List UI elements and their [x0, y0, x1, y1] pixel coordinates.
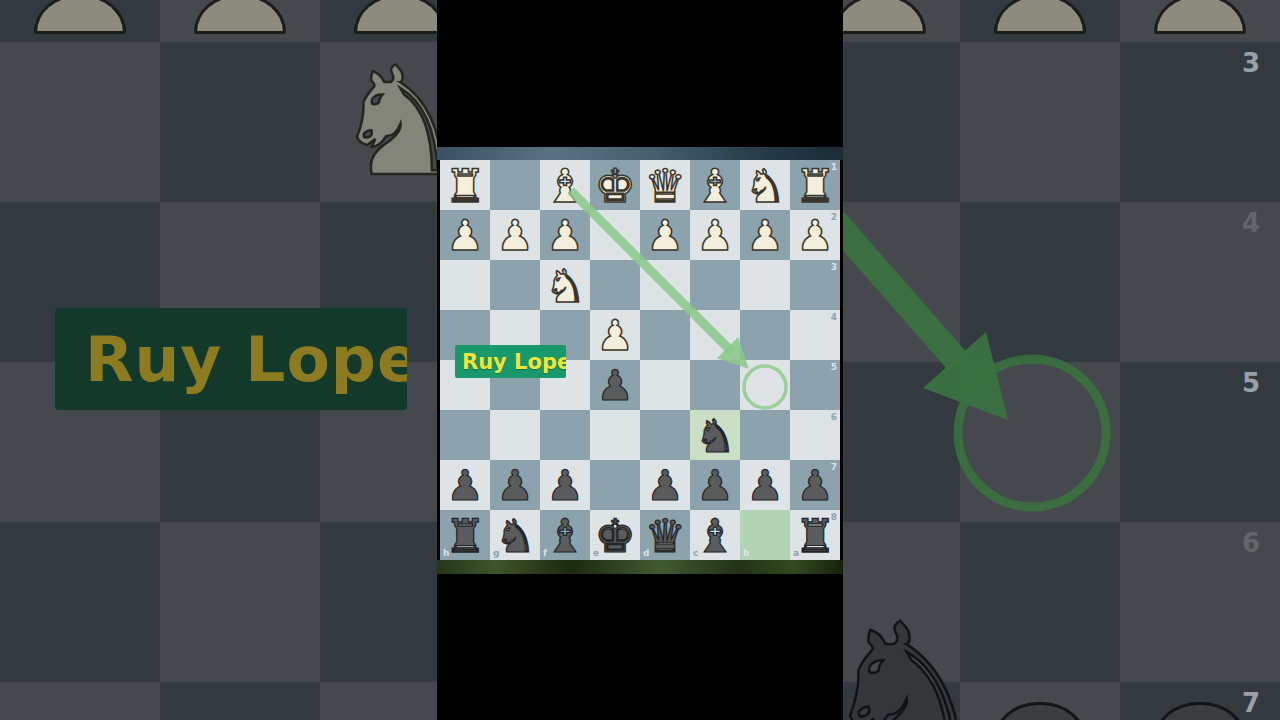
background-pawn-head	[1154, 0, 1246, 34]
square-c2[interactable]: ♟	[690, 210, 740, 260]
square-e6[interactable]	[590, 410, 640, 460]
black-pawn-h7: ♟	[440, 460, 490, 510]
square-b1[interactable]: ♞	[740, 160, 790, 210]
square-a5[interactable]: 5	[790, 360, 840, 410]
video-strip: ♜♝♚♛♝♞♜1♟♟♟♟♟♟♟2♞3♟4♟5♞6♟♟♟♟♟♟♟7♜h♞g♝f♚e…	[437, 0, 843, 720]
square-d2[interactable]: ♟	[640, 210, 690, 260]
white-knight-b1: ♞	[740, 160, 790, 210]
file-label-h: h	[443, 548, 449, 558]
square-a8[interactable]: ♜8a	[790, 510, 840, 560]
square-h2[interactable]: ♟	[440, 210, 490, 260]
rank-label-4: 4	[831, 312, 837, 322]
background-square	[0, 522, 160, 682]
square-d8[interactable]: ♛d	[640, 510, 690, 560]
file-label-g: g	[493, 548, 499, 558]
background-square	[0, 682, 160, 720]
square-f8[interactable]: ♝f	[540, 510, 590, 560]
background-rank-label-4: 4	[1216, 208, 1260, 238]
background-square	[160, 522, 320, 682]
rank-label-5: 5	[831, 362, 837, 372]
square-a2[interactable]: ♟2	[790, 210, 840, 260]
square-d6[interactable]	[640, 410, 690, 460]
white-bishop-f1: ♝	[540, 160, 590, 210]
square-f7[interactable]: ♟	[540, 460, 590, 510]
white-pawn-e4: ♟	[590, 310, 640, 360]
file-label-f: f	[543, 548, 547, 558]
opening-name-badge-background: Ruy Lopez	[55, 308, 407, 410]
square-d1[interactable]: ♛	[640, 160, 690, 210]
square-a7[interactable]: ♟7	[790, 460, 840, 510]
square-c6[interactable]: ♞	[690, 410, 740, 460]
nature-strip	[437, 560, 843, 574]
chess-board: ♜♝♚♛♝♞♜1♟♟♟♟♟♟♟2♞3♟4♟5♞6♟♟♟♟♟♟♟7♜h♞g♝f♚e…	[440, 160, 840, 560]
black-pawn-c7: ♟	[690, 460, 740, 510]
rank-label-8: 8	[831, 512, 837, 522]
rank-label-7: 7	[831, 462, 837, 472]
square-e7[interactable]	[590, 460, 640, 510]
square-h8[interactable]: ♜h	[440, 510, 490, 560]
square-c7[interactable]: ♟	[690, 460, 740, 510]
video-frame: ♞♞ 34567 Ruy Lopez ♜♝♚♛♝♞♜1♟♟♟♟♟♟♟2♞3♟4♟…	[0, 0, 1280, 720]
square-h1[interactable]: ♜	[440, 160, 490, 210]
background-pawn-head	[994, 0, 1086, 34]
background-square	[960, 42, 1120, 202]
square-c5[interactable]	[690, 360, 740, 410]
white-pawn-h2: ♟	[440, 210, 490, 260]
square-f6[interactable]	[540, 410, 590, 460]
square-a3[interactable]: 3	[790, 260, 840, 310]
square-b6[interactable]	[740, 410, 790, 460]
background-rank-label-5: 5	[1216, 368, 1260, 398]
background-square	[960, 362, 1120, 522]
square-g6[interactable]	[490, 410, 540, 460]
black-pawn-g7: ♟	[490, 460, 540, 510]
white-pawn-g2: ♟	[490, 210, 540, 260]
opening-name-text-background: Ruy Lopez	[85, 323, 407, 396]
background-square	[960, 202, 1120, 362]
black-knight-c6: ♞	[690, 410, 740, 460]
square-g7[interactable]: ♟	[490, 460, 540, 510]
background-pawn-head	[834, 0, 926, 34]
black-pawn-e5: ♟	[590, 360, 640, 410]
square-b7[interactable]: ♟	[740, 460, 790, 510]
rank-label-1: 1	[831, 162, 837, 172]
square-e4[interactable]: ♟	[590, 310, 640, 360]
square-h3[interactable]	[440, 260, 490, 310]
rank-label-6: 6	[831, 412, 837, 422]
rank-label-3: 3	[831, 262, 837, 272]
background-pawn-head	[34, 0, 126, 34]
square-d5[interactable]	[640, 360, 690, 410]
white-rook-h1: ♜	[440, 160, 490, 210]
square-b5[interactable]	[740, 360, 790, 410]
white-pawn-c2: ♟	[690, 210, 740, 260]
square-b3[interactable]	[740, 260, 790, 310]
white-bishop-c1: ♝	[690, 160, 740, 210]
white-king-e1: ♚	[590, 160, 640, 210]
file-label-a: a	[793, 548, 799, 558]
square-d3[interactable]	[640, 260, 690, 310]
opening-name-text: Ruy Lopez	[462, 350, 566, 374]
file-label-c: c	[693, 548, 698, 558]
background-square	[160, 682, 320, 720]
background-square	[160, 42, 320, 202]
square-e3[interactable]	[590, 260, 640, 310]
square-e1[interactable]: ♚	[590, 160, 640, 210]
black-pawn-f7: ♟	[540, 460, 590, 510]
square-g8[interactable]: ♞g	[490, 510, 540, 560]
black-pawn-d7: ♟	[640, 460, 690, 510]
square-c1[interactable]: ♝	[690, 160, 740, 210]
white-queen-d1: ♛	[640, 160, 690, 210]
opening-name-badge: Ruy Lopez	[455, 345, 566, 378]
square-h7[interactable]: ♟	[440, 460, 490, 510]
square-g2[interactable]: ♟	[490, 210, 540, 260]
square-f1[interactable]: ♝	[540, 160, 590, 210]
background-rank-label-3: 3	[1216, 48, 1260, 78]
background-square	[0, 42, 160, 202]
square-b2[interactable]: ♟	[740, 210, 790, 260]
square-d7[interactable]: ♟	[640, 460, 690, 510]
square-c3[interactable]	[690, 260, 740, 310]
white-pawn-f2: ♟	[540, 210, 590, 260]
square-e8[interactable]: ♚e	[590, 510, 640, 560]
square-d4[interactable]	[640, 310, 690, 360]
white-pawn-d2: ♟	[640, 210, 690, 260]
square-c4[interactable]	[690, 310, 740, 360]
square-g1[interactable]	[490, 160, 540, 210]
square-a1[interactable]: ♜1	[790, 160, 840, 210]
square-a4[interactable]: 4	[790, 310, 840, 360]
white-pawn-b2: ♟	[740, 210, 790, 260]
square-e2[interactable]	[590, 210, 640, 260]
background-rank-label-6: 6	[1216, 528, 1260, 558]
background-pawn-head	[354, 0, 446, 34]
file-label-d: d	[643, 548, 649, 558]
background-pawn-head	[194, 0, 286, 34]
square-b8[interactable]: b	[740, 510, 790, 560]
square-f3[interactable]: ♞	[540, 260, 590, 310]
file-label-e: e	[593, 548, 599, 558]
square-b4[interactable]	[740, 310, 790, 360]
white-knight-f3: ♞	[540, 260, 590, 310]
square-c8[interactable]: ♝c	[690, 510, 740, 560]
square-e5[interactable]: ♟	[590, 360, 640, 410]
square-a6[interactable]: 6	[790, 410, 840, 460]
file-label-b: b	[743, 548, 749, 558]
black-pawn-b7: ♟	[740, 460, 790, 510]
black-bishop-f8: ♝	[540, 510, 590, 560]
square-h6[interactable]	[440, 410, 490, 460]
square-g3[interactable]	[490, 260, 540, 310]
square-f2[interactable]: ♟	[540, 210, 590, 260]
background-rank-label-7: 7	[1216, 688, 1260, 718]
rank-label-2: 2	[831, 212, 837, 222]
